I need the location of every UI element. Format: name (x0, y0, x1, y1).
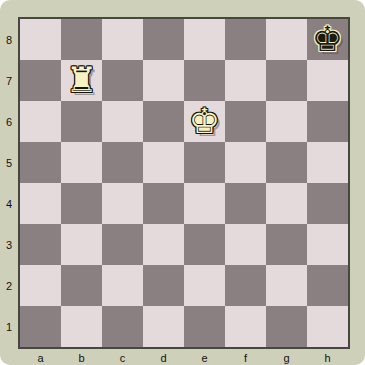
rank-label-6: 6 (0, 101, 18, 142)
square-h3[interactable] (307, 224, 348, 265)
white-rook[interactable]: ♜ (61, 60, 102, 101)
chess-board: ♚♜♚ (18, 17, 350, 349)
square-b6[interactable] (61, 101, 102, 142)
rank-label-7: 7 (0, 60, 18, 101)
square-a1[interactable] (20, 306, 61, 347)
square-d3[interactable] (143, 224, 184, 265)
square-b8[interactable] (61, 19, 102, 60)
square-g3[interactable] (266, 224, 307, 265)
square-f1[interactable] (225, 306, 266, 347)
square-h8[interactable]: ♚ (307, 19, 348, 60)
square-g1[interactable] (266, 306, 307, 347)
square-a6[interactable] (20, 101, 61, 142)
rank-label-3: 3 (0, 224, 18, 265)
square-a8[interactable] (20, 19, 61, 60)
square-f5[interactable] (225, 142, 266, 183)
square-b2[interactable] (61, 265, 102, 306)
square-c1[interactable] (102, 306, 143, 347)
square-g2[interactable] (266, 265, 307, 306)
square-d6[interactable] (143, 101, 184, 142)
square-c7[interactable] (102, 60, 143, 101)
square-h6[interactable] (307, 101, 348, 142)
square-h7[interactable] (307, 60, 348, 101)
file-label-f: f (225, 350, 266, 365)
file-label-e: e (184, 350, 225, 365)
square-b3[interactable] (61, 224, 102, 265)
square-e6[interactable]: ♚ (184, 101, 225, 142)
square-c3[interactable] (102, 224, 143, 265)
square-e8[interactable] (184, 19, 225, 60)
square-c4[interactable] (102, 183, 143, 224)
square-g8[interactable] (266, 19, 307, 60)
file-label-b: b (61, 350, 102, 365)
square-d4[interactable] (143, 183, 184, 224)
square-a2[interactable] (20, 265, 61, 306)
chess-app-window: ♚♜♚ 87654321 abcdefgh (0, 0, 365, 365)
square-h1[interactable] (307, 306, 348, 347)
square-c6[interactable] (102, 101, 143, 142)
square-d2[interactable] (143, 265, 184, 306)
square-a4[interactable] (20, 183, 61, 224)
file-labels: abcdefgh (20, 350, 348, 365)
square-d5[interactable] (143, 142, 184, 183)
file-label-g: g (266, 350, 307, 365)
square-b5[interactable] (61, 142, 102, 183)
square-h2[interactable] (307, 265, 348, 306)
square-d1[interactable] (143, 306, 184, 347)
square-f4[interactable] (225, 183, 266, 224)
square-b1[interactable] (61, 306, 102, 347)
square-b4[interactable] (61, 183, 102, 224)
square-b7[interactable]: ♜ (61, 60, 102, 101)
file-label-h: h (307, 350, 348, 365)
white-king[interactable]: ♚ (184, 101, 225, 142)
square-a5[interactable] (20, 142, 61, 183)
square-d8[interactable] (143, 19, 184, 60)
rank-label-2: 2 (0, 265, 18, 306)
square-f2[interactable] (225, 265, 266, 306)
square-h5[interactable] (307, 142, 348, 183)
rank-label-5: 5 (0, 142, 18, 183)
square-e2[interactable] (184, 265, 225, 306)
file-label-a: a (20, 350, 61, 365)
square-e5[interactable] (184, 142, 225, 183)
square-e1[interactable] (184, 306, 225, 347)
square-f6[interactable] (225, 101, 266, 142)
square-f3[interactable] (225, 224, 266, 265)
black-king[interactable]: ♚ (307, 19, 348, 60)
rank-label-1: 1 (0, 306, 18, 347)
rank-label-4: 4 (0, 183, 18, 224)
square-g6[interactable] (266, 101, 307, 142)
square-e3[interactable] (184, 224, 225, 265)
file-label-d: d (143, 350, 184, 365)
square-g7[interactable] (266, 60, 307, 101)
square-f7[interactable] (225, 60, 266, 101)
square-g4[interactable] (266, 183, 307, 224)
file-label-c: c (102, 350, 143, 365)
square-d7[interactable] (143, 60, 184, 101)
rank-label-8: 8 (0, 19, 18, 60)
square-h4[interactable] (307, 183, 348, 224)
square-g5[interactable] (266, 142, 307, 183)
square-a7[interactable] (20, 60, 61, 101)
square-a3[interactable] (20, 224, 61, 265)
square-e7[interactable] (184, 60, 225, 101)
square-c5[interactable] (102, 142, 143, 183)
square-e4[interactable] (184, 183, 225, 224)
square-c2[interactable] (102, 265, 143, 306)
square-f8[interactable] (225, 19, 266, 60)
square-c8[interactable] (102, 19, 143, 60)
rank-labels: 87654321 (0, 19, 18, 347)
